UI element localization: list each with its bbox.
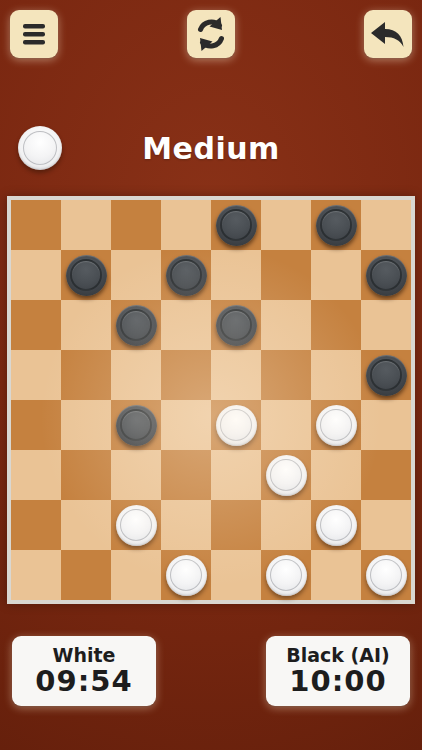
board-square[interactable] — [261, 350, 311, 400]
board-square[interactable] — [311, 500, 361, 550]
board-square[interactable] — [61, 550, 111, 600]
board-square[interactable] — [161, 300, 211, 350]
white-checker-piece[interactable] — [116, 505, 157, 546]
board-square[interactable] — [61, 200, 111, 250]
board-square[interactable] — [211, 500, 261, 550]
board-square[interactable] — [111, 400, 161, 450]
board-square[interactable] — [61, 400, 111, 450]
undo-arrow-icon — [364, 10, 412, 58]
board-square[interactable] — [361, 300, 411, 350]
black-checker-piece[interactable] — [66, 255, 107, 296]
board-square[interactable] — [311, 250, 361, 300]
board-square[interactable] — [361, 250, 411, 300]
board-square[interactable] — [361, 550, 411, 600]
white-checker-piece[interactable] — [316, 405, 357, 446]
black-checker-piece[interactable] — [366, 355, 407, 396]
board-square[interactable] — [11, 500, 61, 550]
black-clock-time: 10:00 — [289, 666, 386, 698]
board-square[interactable] — [111, 350, 161, 400]
board-square[interactable] — [11, 250, 61, 300]
board-square[interactable] — [211, 250, 261, 300]
board-square[interactable] — [11, 200, 61, 250]
black-checker-piece[interactable] — [166, 255, 207, 296]
board-square[interactable] — [261, 450, 311, 500]
restart-button[interactable] — [187, 10, 235, 58]
board-square[interactable] — [11, 350, 61, 400]
board-square[interactable] — [261, 200, 311, 250]
board-square[interactable] — [261, 250, 311, 300]
board-square[interactable] — [211, 300, 261, 350]
board-square[interactable] — [311, 200, 361, 250]
black-checker-piece[interactable] — [216, 205, 257, 246]
board-square[interactable] — [11, 300, 61, 350]
board-square[interactable] — [161, 450, 211, 500]
board-square[interactable] — [261, 550, 311, 600]
board-square[interactable] — [161, 500, 211, 550]
black-clock-panel: Black (AI) 10:00 — [266, 636, 410, 706]
board-square[interactable] — [261, 400, 311, 450]
undo-button[interactable] — [364, 10, 412, 58]
board-square[interactable] — [361, 500, 411, 550]
board-square[interactable] — [311, 350, 361, 400]
board-square[interactable] — [261, 500, 311, 550]
menu-button[interactable] — [10, 10, 58, 58]
board-square[interactable] — [61, 350, 111, 400]
board-square[interactable] — [111, 500, 161, 550]
white-checker-piece[interactable] — [266, 555, 307, 596]
board-square[interactable] — [161, 350, 211, 400]
black-clock-label: Black (AI) — [286, 645, 389, 666]
board-square[interactable] — [161, 400, 211, 450]
board-square[interactable] — [161, 250, 211, 300]
white-clock-time: 09:54 — [35, 666, 132, 698]
board-square[interactable] — [211, 350, 261, 400]
board — [7, 196, 415, 604]
black-checker-piece[interactable] — [316, 205, 357, 246]
board-square[interactable] — [61, 450, 111, 500]
board-square[interactable] — [61, 250, 111, 300]
black-checker-piece[interactable] — [116, 305, 157, 346]
white-checker-piece[interactable] — [316, 505, 357, 546]
difficulty-label: Medium — [0, 131, 422, 166]
board-square[interactable] — [111, 200, 161, 250]
board-square[interactable] — [361, 450, 411, 500]
white-checker-piece[interactable] — [266, 455, 307, 496]
board-square[interactable] — [211, 450, 261, 500]
board-square[interactable] — [111, 300, 161, 350]
board-square[interactable] — [261, 300, 311, 350]
board-square[interactable] — [11, 400, 61, 450]
board-square[interactable] — [211, 200, 261, 250]
black-checker-piece[interactable] — [216, 305, 257, 346]
white-clock-label: White — [53, 645, 116, 666]
board-square[interactable] — [161, 550, 211, 600]
board-square[interactable] — [11, 550, 61, 600]
board-square[interactable] — [111, 450, 161, 500]
white-checker-piece[interactable] — [166, 555, 207, 596]
board-square[interactable] — [11, 450, 61, 500]
board-square[interactable] — [111, 550, 161, 600]
board-square[interactable] — [161, 200, 211, 250]
black-checker-piece[interactable] — [366, 255, 407, 296]
board-square[interactable] — [311, 550, 361, 600]
black-checker-piece[interactable] — [116, 405, 157, 446]
board-square[interactable] — [311, 450, 361, 500]
white-clock-panel: White 09:54 — [12, 636, 156, 706]
board-square[interactable] — [111, 250, 161, 300]
white-checker-piece[interactable] — [366, 555, 407, 596]
board-square[interactable] — [211, 400, 261, 450]
checkers-app-screen: Medium White 09:54 Black (AI) 10:00 — [0, 0, 422, 750]
board-square[interactable] — [311, 300, 361, 350]
refresh-icon — [187, 10, 235, 58]
board-square[interactable] — [361, 400, 411, 450]
board-square[interactable] — [361, 350, 411, 400]
board-square[interactable] — [211, 550, 261, 600]
board-square[interactable] — [61, 500, 111, 550]
board-square[interactable] — [311, 400, 361, 450]
board-square[interactable] — [361, 200, 411, 250]
white-checker-piece[interactable] — [216, 405, 257, 446]
board-square[interactable] — [61, 300, 111, 350]
hamburger-menu-icon — [10, 10, 58, 58]
